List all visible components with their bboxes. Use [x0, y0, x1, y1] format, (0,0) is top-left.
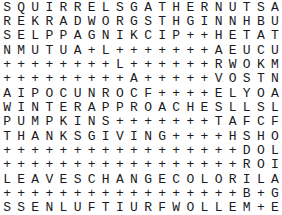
grid-cell[interactable]: + [169, 186, 183, 200]
grid-cell[interactable]: N [42, 201, 56, 215]
grid-cell[interactable]: A [71, 43, 85, 57]
grid-cell[interactable]: + [183, 43, 197, 57]
grid-cell[interactable]: C [254, 115, 268, 129]
grid-cell[interactable]: W [0, 100, 14, 114]
grid-cell[interactable]: + [56, 57, 70, 71]
grid-cell[interactable]: R [71, 0, 85, 14]
grid-cell[interactable]: + [141, 57, 155, 71]
grid-cell[interactable]: R [0, 14, 14, 28]
grid-cell[interactable]: R [99, 86, 113, 100]
grid-cell[interactable]: A [28, 129, 42, 143]
grid-cell[interactable]: P [169, 29, 183, 43]
grid-cell[interactable]: S [113, 0, 127, 14]
grid-cell[interactable]: U [14, 115, 28, 129]
grid-cell[interactable]: + [155, 158, 169, 172]
grid-cell[interactable]: K [127, 29, 141, 43]
grid-cell[interactable]: T [155, 14, 169, 28]
grid-cell[interactable]: N [28, 100, 42, 114]
grid-cell[interactable]: N [85, 86, 99, 100]
grid-cell[interactable]: B [240, 186, 254, 200]
grid-cell[interactable]: G [155, 129, 169, 143]
grid-cell[interactable]: + [183, 158, 197, 172]
grid-cell[interactable]: O [183, 201, 197, 215]
grid-cell[interactable]: F [141, 86, 155, 100]
grid-cell[interactable]: I [113, 201, 127, 215]
grid-cell[interactable]: S [240, 129, 254, 143]
grid-cell[interactable]: P [42, 115, 56, 129]
grid-cell[interactable]: N [212, 0, 226, 14]
grid-cell[interactable]: I [127, 129, 141, 143]
grid-cell[interactable]: U [240, 43, 254, 57]
grid-cell[interactable]: N [141, 129, 155, 143]
grid-cell[interactable]: + [71, 158, 85, 172]
grid-cell[interactable]: + [226, 143, 240, 157]
grid-cell[interactable]: + [169, 158, 183, 172]
grid-cell[interactable]: R [71, 100, 85, 114]
grid-cell[interactable]: K [56, 115, 70, 129]
grid-cell[interactable]: + [28, 57, 42, 71]
grid-cell[interactable]: V [113, 129, 127, 143]
grid-cell[interactable]: G [268, 186, 282, 200]
grid-cell[interactable]: N [99, 29, 113, 43]
grid-cell[interactable]: + [197, 29, 211, 43]
grid-cell[interactable]: + [99, 143, 113, 157]
grid-cell[interactable]: A [28, 172, 42, 186]
grid-cell[interactable]: A [254, 29, 268, 43]
grid-cell[interactable]: S [240, 72, 254, 86]
grid-cell[interactable]: M [240, 201, 254, 215]
grid-cell[interactable]: + [42, 72, 56, 86]
grid-cell[interactable]: S [254, 0, 268, 14]
grid-cell[interactable]: F [240, 115, 254, 129]
grid-cell[interactable]: I [268, 158, 282, 172]
grid-cell[interactable]: + [197, 129, 211, 143]
grid-cell[interactable]: + [155, 72, 169, 86]
grid-cell[interactable]: + [254, 186, 268, 200]
grid-cell[interactable]: + [42, 158, 56, 172]
grid-cell[interactable]: + [113, 186, 127, 200]
grid-cell[interactable]: H [99, 172, 113, 186]
grid-cell[interactable]: O [268, 129, 282, 143]
grid-cell[interactable]: R [56, 0, 70, 14]
grid-cell[interactable]: L [254, 172, 268, 186]
grid-cell[interactable]: H [212, 29, 226, 43]
grid-cell[interactable]: A [71, 29, 85, 43]
grid-cell[interactable]: R [212, 57, 226, 71]
grid-cell[interactable]: L [197, 201, 211, 215]
grid-cell[interactable]: + [71, 57, 85, 71]
grid-cell[interactable]: + [155, 143, 169, 157]
grid-cell[interactable]: + [0, 186, 14, 200]
grid-cell[interactable]: A [212, 43, 226, 57]
grid-cell[interactable]: F [268, 115, 282, 129]
grid-cell[interactable]: L [0, 172, 14, 186]
grid-cell[interactable]: L [99, 0, 113, 14]
grid-cell[interactable]: + [169, 86, 183, 100]
grid-cell[interactable]: + [169, 57, 183, 71]
grid-cell[interactable]: + [99, 72, 113, 86]
grid-cell[interactable]: + [212, 158, 226, 172]
grid-cell[interactable]: M [28, 115, 42, 129]
grid-cell[interactable]: F [85, 201, 99, 215]
grid-cell[interactable]: + [169, 115, 183, 129]
grid-cell[interactable]: + [0, 158, 14, 172]
grid-cell[interactable]: + [113, 72, 127, 86]
grid-cell[interactable]: + [42, 143, 56, 157]
grid-cell[interactable]: + [28, 186, 42, 200]
grid-cell[interactable]: G [127, 0, 141, 14]
grid-cell[interactable]: + [85, 43, 99, 57]
grid-cell[interactable]: V [42, 172, 56, 186]
grid-cell[interactable]: U [71, 86, 85, 100]
grid-cell[interactable]: C [85, 172, 99, 186]
grid-cell[interactable]: + [85, 143, 99, 157]
grid-cell[interactable]: + [127, 57, 141, 71]
grid-cell[interactable]: W [85, 14, 99, 28]
grid-cell[interactable]: N [0, 43, 14, 57]
grid-cell[interactable]: R [127, 100, 141, 114]
grid-cell[interactable]: + [28, 143, 42, 157]
grid-cell[interactable]: S [254, 100, 268, 114]
grid-cell[interactable]: A [268, 172, 282, 186]
grid-cell[interactable]: O [141, 100, 155, 114]
grid-cell[interactable]: + [113, 143, 127, 157]
grid-cell[interactable]: S [71, 129, 85, 143]
grid-cell[interactable]: E [268, 201, 282, 215]
grid-cell[interactable]: L [197, 172, 211, 186]
grid-cell[interactable]: O [183, 172, 197, 186]
grid-cell[interactable]: R [240, 158, 254, 172]
grid-cell[interactable]: P [28, 86, 42, 100]
grid-cell[interactable]: R [141, 201, 155, 215]
grid-cell[interactable]: I [99, 129, 113, 143]
grid-cell[interactable]: + [197, 186, 211, 200]
grid-cell[interactable]: + [169, 43, 183, 57]
grid-cell[interactable]: C [141, 29, 155, 43]
grid-cell[interactable]: + [14, 186, 28, 200]
grid-cell[interactable]: + [0, 143, 14, 157]
grid-cell[interactable]: T [212, 115, 226, 129]
grid-cell[interactable]: P [99, 100, 113, 114]
grid-cell[interactable]: + [197, 57, 211, 71]
grid-cell[interactable]: A [268, 86, 282, 100]
grid-cell[interactable]: + [183, 143, 197, 157]
grid-cell[interactable]: + [169, 129, 183, 143]
grid-cell[interactable]: D [240, 143, 254, 157]
grid-cell[interactable]: C [127, 86, 141, 100]
grid-cell[interactable]: + [99, 186, 113, 200]
grid-cell[interactable]: + [85, 186, 99, 200]
grid-cell[interactable]: L [56, 201, 70, 215]
grid-cell[interactable]: + [127, 158, 141, 172]
grid-cell[interactable]: W [226, 57, 240, 71]
grid-cell[interactable]: + [127, 143, 141, 157]
grid-cell[interactable]: + [226, 186, 240, 200]
grid-cell[interactable]: + [28, 158, 42, 172]
grid-cell[interactable]: S [71, 172, 85, 186]
grid-cell[interactable]: O [99, 14, 113, 28]
grid-cell[interactable]: P [42, 29, 56, 43]
grid-cell[interactable]: G [85, 29, 99, 43]
grid-cell[interactable]: A [56, 14, 70, 28]
grid-cell[interactable]: C [169, 100, 183, 114]
grid-cell[interactable]: + [141, 158, 155, 172]
grid-cell[interactable]: T [254, 72, 268, 86]
grid-cell[interactable]: T [240, 29, 254, 43]
grid-cell[interactable]: + [183, 29, 197, 43]
grid-cell[interactable]: E [28, 201, 42, 215]
grid-cell[interactable]: H [183, 100, 197, 114]
grid-cell[interactable]: A [113, 172, 127, 186]
grid-cell[interactable]: H [226, 129, 240, 143]
grid-cell[interactable]: H [169, 0, 183, 14]
grid-cell[interactable]: + [183, 86, 197, 100]
grid-cell[interactable]: + [56, 158, 70, 172]
grid-cell[interactable]: + [183, 57, 197, 71]
grid-cell[interactable]: K [56, 129, 70, 143]
grid-cell[interactable]: I [14, 86, 28, 100]
grid-cell[interactable]: + [197, 158, 211, 172]
grid-cell[interactable]: R [197, 0, 211, 14]
grid-cell[interactable]: H [254, 129, 268, 143]
grid-cell[interactable]: G [183, 14, 197, 28]
grid-cell[interactable]: M [268, 57, 282, 71]
grid-cell[interactable]: N [127, 172, 141, 186]
grid-cell[interactable]: L [240, 100, 254, 114]
grid-cell[interactable]: T [0, 129, 14, 143]
grid-cell[interactable]: U [268, 14, 282, 28]
grid-cell[interactable]: U [28, 0, 42, 14]
grid-cell[interactable]: O [212, 172, 226, 186]
grid-cell[interactable]: K [28, 14, 42, 28]
grid-cell[interactable]: C [169, 172, 183, 186]
grid-cell[interactable]: + [183, 129, 197, 143]
grid-cell[interactable]: + [113, 115, 127, 129]
grid-cell[interactable]: O [226, 72, 240, 86]
grid-cell[interactable]: N [42, 129, 56, 143]
grid-cell[interactable]: A [85, 100, 99, 114]
grid-cell[interactable]: K [254, 57, 268, 71]
grid-cell[interactable]: + [14, 158, 28, 172]
grid-cell[interactable]: D [71, 14, 85, 28]
grid-cell[interactable]: + [56, 186, 70, 200]
grid-cell[interactable]: + [141, 115, 155, 129]
grid-cell[interactable]: + [113, 158, 127, 172]
grid-cell[interactable]: A [155, 100, 169, 114]
grid-cell[interactable]: + [226, 158, 240, 172]
grid-cell[interactable]: O [254, 158, 268, 172]
grid-cell[interactable]: Q [14, 0, 28, 14]
grid-cell[interactable]: + [183, 72, 197, 86]
grid-cell[interactable]: U [28, 43, 42, 57]
grid-cell[interactable]: I [14, 100, 28, 114]
grid-cell[interactable]: A [226, 115, 240, 129]
grid-cell[interactable]: U [71, 201, 85, 215]
grid-cell[interactable]: + [212, 129, 226, 143]
grid-cell[interactable]: T [42, 100, 56, 114]
grid-cell[interactable]: G [127, 14, 141, 28]
grid-cell[interactable]: I [155, 29, 169, 43]
grid-cell[interactable]: N [226, 14, 240, 28]
grid-cell[interactable]: A [0, 86, 14, 100]
grid-cell[interactable]: R [226, 172, 240, 186]
grid-cell[interactable]: L [113, 57, 127, 71]
grid-cell[interactable]: + [42, 57, 56, 71]
grid-cell[interactable]: E [183, 0, 197, 14]
grid-cell[interactable]: S [0, 29, 14, 43]
grid-cell[interactable]: H [240, 14, 254, 28]
grid-cell[interactable]: + [14, 143, 28, 157]
grid-cell[interactable]: G [141, 172, 155, 186]
grid-cell[interactable]: F [155, 201, 169, 215]
grid-cell[interactable]: I [240, 172, 254, 186]
grid-cell[interactable]: P [56, 29, 70, 43]
grid-cell[interactable]: Y [240, 86, 254, 100]
grid-cell[interactable]: + [254, 201, 268, 215]
grid-cell[interactable]: + [155, 86, 169, 100]
grid-cell[interactable]: W [169, 201, 183, 215]
grid-cell[interactable]: L [99, 43, 113, 57]
grid-cell[interactable]: E [85, 0, 99, 14]
grid-cell[interactable]: T [99, 201, 113, 215]
grid-cell[interactable]: O [254, 143, 268, 157]
grid-cell[interactable]: + [14, 57, 28, 71]
grid-cell[interactable]: H [14, 129, 28, 143]
grid-cell[interactable]: S [141, 14, 155, 28]
grid-cell[interactable]: + [197, 72, 211, 86]
grid-cell[interactable]: S [99, 115, 113, 129]
grid-cell[interactable]: E [226, 201, 240, 215]
grid-cell[interactable]: R [113, 14, 127, 28]
grid-cell[interactable]: + [85, 158, 99, 172]
grid-cell[interactable]: E [14, 172, 28, 186]
grid-cell[interactable]: E [155, 172, 169, 186]
grid-cell[interactable]: + [28, 72, 42, 86]
grid-cell[interactable]: + [127, 43, 141, 57]
grid-cell[interactable]: + [212, 186, 226, 200]
grid-cell[interactable]: + [155, 186, 169, 200]
grid-cell[interactable]: E [14, 29, 28, 43]
grid-cell[interactable]: + [141, 143, 155, 157]
grid-cell[interactable]: + [42, 186, 56, 200]
grid-cell[interactable]: T [42, 43, 56, 57]
grid-cell[interactable]: + [113, 43, 127, 57]
grid-cell[interactable]: L [212, 201, 226, 215]
grid-cell[interactable]: + [183, 115, 197, 129]
grid-cell[interactable]: O [240, 57, 254, 71]
grid-cell[interactable]: E [226, 43, 240, 57]
grid-cell[interactable]: + [56, 72, 70, 86]
grid-cell[interactable]: E [212, 86, 226, 100]
grid-cell[interactable]: + [169, 72, 183, 86]
grid-cell[interactable]: I [113, 29, 127, 43]
grid-cell[interactable]: + [183, 186, 197, 200]
grid-cell[interactable]: E [226, 29, 240, 43]
grid-cell[interactable]: L [226, 100, 240, 114]
grid-cell[interactable]: + [85, 72, 99, 86]
grid-cell[interactable]: + [99, 57, 113, 71]
grid-cell[interactable]: + [99, 158, 113, 172]
grid-cell[interactable]: N [212, 14, 226, 28]
grid-cell[interactable]: + [85, 57, 99, 71]
grid-cell[interactable]: A [268, 0, 282, 14]
grid-cell[interactable]: + [197, 86, 211, 100]
grid-cell[interactable]: + [155, 57, 169, 71]
grid-cell[interactable]: O [42, 86, 56, 100]
grid-cell[interactable]: T [268, 29, 282, 43]
grid-cell[interactable]: + [155, 115, 169, 129]
grid-cell[interactable]: S [14, 201, 28, 215]
grid-cell[interactable]: L [268, 143, 282, 157]
grid-cell[interactable]: E [197, 100, 211, 114]
grid-cell[interactable]: + [0, 72, 14, 86]
grid-cell[interactable]: A [141, 0, 155, 14]
grid-cell[interactable]: + [0, 57, 14, 71]
grid-cell[interactable]: U [226, 0, 240, 14]
grid-cell[interactable]: + [169, 143, 183, 157]
grid-cell[interactable]: + [197, 143, 211, 157]
grid-cell[interactable]: T [240, 0, 254, 14]
grid-cell[interactable]: S [0, 201, 14, 215]
grid-cell[interactable]: L [28, 29, 42, 43]
grid-cell[interactable]: L [268, 100, 282, 114]
grid-cell[interactable]: + [71, 186, 85, 200]
grid-cell[interactable]: + [141, 72, 155, 86]
grid-cell[interactable]: U [268, 43, 282, 57]
grid-cell[interactable]: + [141, 43, 155, 57]
grid-cell[interactable]: S [212, 100, 226, 114]
grid-cell[interactable]: V [212, 72, 226, 86]
grid-cell[interactable]: + [212, 143, 226, 157]
grid-cell[interactable]: H [169, 14, 183, 28]
grid-cell[interactable]: P [0, 115, 14, 129]
grid-cell[interactable]: M [14, 43, 28, 57]
grid-cell[interactable]: S [0, 0, 14, 14]
grid-cell[interactable]: E [56, 100, 70, 114]
grid-cell[interactable]: T [155, 0, 169, 14]
grid-cell[interactable]: + [197, 115, 211, 129]
grid-cell[interactable]: + [197, 43, 211, 57]
grid-cell[interactable]: C [56, 86, 70, 100]
grid-cell[interactable]: + [56, 143, 70, 157]
grid-cell[interactable]: P [113, 100, 127, 114]
grid-cell[interactable]: N [85, 115, 99, 129]
grid-cell[interactable]: + [71, 72, 85, 86]
grid-cell[interactable]: R [42, 14, 56, 28]
grid-cell[interactable]: L [226, 86, 240, 100]
grid-cell[interactable]: I [42, 0, 56, 14]
grid-cell[interactable]: E [56, 172, 70, 186]
grid-cell[interactable]: N [268, 72, 282, 86]
grid-cell[interactable]: A [127, 72, 141, 86]
grid-cell[interactable]: U [127, 201, 141, 215]
grid-cell[interactable]: + [127, 186, 141, 200]
grid-cell[interactable]: G [85, 129, 99, 143]
grid-cell[interactable]: B [254, 14, 268, 28]
grid-cell[interactable]: + [141, 186, 155, 200]
grid-cell[interactable]: C [254, 43, 268, 57]
grid-cell[interactable]: E [14, 14, 28, 28]
grid-cell[interactable]: O [113, 86, 127, 100]
grid-cell[interactable]: + [71, 143, 85, 157]
grid-cell[interactable]: + [14, 72, 28, 86]
grid-cell[interactable]: + [127, 115, 141, 129]
grid-cell[interactable]: + [155, 43, 169, 57]
grid-cell[interactable]: U [56, 43, 70, 57]
grid-cell[interactable]: I [71, 115, 85, 129]
grid-cell[interactable]: O [254, 86, 268, 100]
grid-cell[interactable]: I [197, 14, 211, 28]
